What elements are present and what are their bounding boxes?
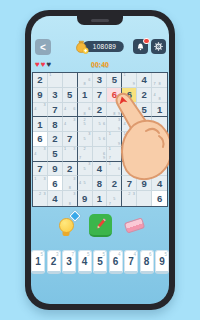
cell-r5c5[interactable]: 56 <box>93 132 108 147</box>
cell-r7c1[interactable]: 7 <box>33 162 48 177</box>
pencil-notes: 27 <box>78 147 92 161</box>
cell-r3c6[interactable]: 89 <box>107 103 122 118</box>
coin-amount: 108089 <box>83 41 124 52</box>
cell-r6c8[interactable] <box>137 147 152 162</box>
cell-r9c4[interactable]: 9 <box>78 191 93 206</box>
number-pad: 152337455564748695 <box>31 250 169 274</box>
cell-r9c3[interactable]: 38 <box>63 191 78 206</box>
cell-r1c8[interactable]: 4 <box>137 73 152 88</box>
cell-r2c6[interactable]: 6 <box>107 88 122 103</box>
cell-r5c8[interactable] <box>137 132 152 147</box>
back-button[interactable]: < <box>35 39 51 55</box>
cell-r7c9[interactable] <box>152 162 167 177</box>
remaining-count: 3 <box>56 252 59 257</box>
pencil-notes: 68 <box>78 103 92 117</box>
cell-r7c3[interactable]: 2 <box>63 162 78 177</box>
pencil-notes: 48 <box>152 88 167 102</box>
pencil-notes: 89 <box>107 103 121 117</box>
cell-r7c4[interactable]: 35 <box>78 162 93 177</box>
cell-r1c9[interactable]: 78 <box>152 73 167 88</box>
numpad-key-1[interactable]: 15 <box>31 250 45 274</box>
pencil-notes: 38 <box>63 176 77 190</box>
cell-r8c3[interactable]: 38 <box>63 176 78 191</box>
cell-r3c2[interactable]: 7 <box>48 103 63 118</box>
pencil-notes: 23 <box>33 191 47 206</box>
cell-r8c9[interactable]: 4 <box>152 176 167 191</box>
cell-r5c6[interactable]: 19 <box>107 132 122 147</box>
pencil-notes: 17 <box>107 147 121 161</box>
pencil-notes: 39 <box>122 103 136 117</box>
cell-r2c4[interactable]: 1 <box>78 88 93 103</box>
pencil-notes: 78 <box>152 73 167 87</box>
pencil-notes: 19 <box>122 73 136 87</box>
numpad-key-2[interactable]: 23 <box>47 250 61 274</box>
remaining-count: 5 <box>164 252 167 257</box>
cell-r2c3[interactable]: 5 <box>63 88 78 103</box>
cell-r6c4[interactable]: 27 <box>78 147 93 162</box>
cell-r7c6[interactable]: 16 <box>107 162 122 177</box>
phone-mockup: < 108089 <box>25 10 175 310</box>
notification-badge <box>143 38 150 45</box>
cell-r8c1[interactable]: 13 <box>33 176 48 191</box>
pencil-notes: 13 <box>122 162 136 176</box>
cell-r9c2[interactable]: 4 <box>48 191 63 206</box>
pencil-notes: 25 <box>78 117 92 131</box>
numpad-key-4[interactable]: 45 <box>78 250 92 274</box>
eraser-button[interactable] <box>123 214 146 237</box>
cell-r3c1[interactable]: 34 <box>33 103 48 118</box>
cell-r4c5[interactable]: 56 <box>93 117 108 132</box>
cell-r2c2[interactable]: 3 <box>48 88 63 103</box>
pencil-notes: 38 <box>63 191 77 206</box>
numpad-key-6[interactable]: 64 <box>109 250 123 274</box>
remaining-count: 4 <box>133 252 136 257</box>
remaining-count: 7 <box>71 252 74 257</box>
cell-r1c7[interactable]: 19 <box>122 73 137 88</box>
cell-r3c9[interactable]: 1 <box>152 103 167 118</box>
sudoku-board: 2168351947893517662483474668289395118342… <box>32 72 168 207</box>
numpad-key-9[interactable]: 95 <box>155 250 169 274</box>
cell-r5c4[interactable]: 35 <box>78 132 93 147</box>
app-screen: < 108089 <box>31 16 169 304</box>
cell-r5c2[interactable]: 2 <box>48 132 63 147</box>
cell-r6c9[interactable] <box>152 147 167 162</box>
pencil-notes: 68 <box>78 73 92 87</box>
cell-r7c7[interactable]: 13 <box>122 162 137 177</box>
cell-r8c5[interactable]: 8 <box>93 176 108 191</box>
cell-r4c7[interactable]: 24 <box>122 117 137 132</box>
eraser-icon <box>123 217 144 233</box>
cell-r7c2[interactable]: 9 <box>48 162 63 177</box>
cell-r1c1[interactable]: 2 <box>33 73 48 88</box>
pencil-notes: 35 <box>78 162 92 176</box>
cell-r5c1[interactable]: 6 <box>33 132 48 147</box>
phone-notch <box>77 16 123 25</box>
remaining-count: 4 <box>118 252 121 257</box>
pencil-notes: 35 <box>78 132 92 146</box>
pencil-notes: 19 <box>107 132 121 146</box>
gear-icon <box>153 41 164 52</box>
cell-r6c5[interactable]: 69 <box>93 147 108 162</box>
remaining-count: 5 <box>40 252 43 257</box>
cell-r5c3[interactable]: 7 <box>63 132 78 147</box>
cell-r3c5[interactable]: 2 <box>93 103 108 118</box>
cell-r9c7[interactable]: 23 <box>122 191 137 206</box>
pencil-notes: 45 <box>78 176 92 190</box>
cell-r2c5[interactable]: 7 <box>93 88 108 103</box>
cell-r4c1[interactable]: 1 <box>33 117 48 132</box>
settings-button[interactable] <box>151 39 166 54</box>
pencil-notes: 69 <box>93 147 107 161</box>
numpad-key-8[interactable]: 86 <box>140 250 154 274</box>
cell-r9c1[interactable]: 23 <box>33 191 48 206</box>
pencil-notes: 13 <box>33 176 47 190</box>
pencil-notes: 56 <box>93 117 107 131</box>
cell-r3c7[interactable]: 39 <box>122 103 137 118</box>
coin-counter[interactable]: 108089 <box>74 39 124 54</box>
cell-r1c4[interactable]: 68 <box>78 73 93 88</box>
pencil-notes: 57 <box>107 191 121 206</box>
numpad-key-7[interactable]: 74 <box>124 250 138 274</box>
pencil-notes: 34 <box>63 117 77 131</box>
cell-r9c5[interactable]: 1 <box>93 191 108 206</box>
coin-bag-icon <box>74 39 89 54</box>
cell-r2c9[interactable]: 48 <box>152 88 167 103</box>
remaining-count: 5 <box>87 252 90 257</box>
pencil-notes: 14 <box>122 132 136 146</box>
cell-r4c2[interactable]: 8 <box>48 117 63 132</box>
cell-r3c3[interactable]: 46 <box>63 103 78 118</box>
cell-r8c4[interactable]: 45 <box>78 176 93 191</box>
pencil-notes: 24 <box>122 117 136 131</box>
cell-r5c7[interactable]: 14 <box>122 132 137 147</box>
cell-r6c7[interactable] <box>122 147 137 162</box>
cell-r4c9[interactable] <box>152 117 167 132</box>
cell-r1c2[interactable]: 1 <box>48 73 63 88</box>
cell-r3c4[interactable]: 68 <box>78 103 93 118</box>
cell-r9c8[interactable] <box>137 191 152 206</box>
pencil-notes: 23 <box>122 191 136 206</box>
cell-r2c8[interactable]: 2 <box>137 88 152 103</box>
timer: 00:40 <box>91 61 109 68</box>
pencil-notes: 39 <box>107 117 121 131</box>
cell-r6c6[interactable]: 17 <box>107 147 122 162</box>
cell-r6c2[interactable]: 5 <box>48 147 63 162</box>
cell-r1c6[interactable]: 5 <box>107 73 122 88</box>
cell-r4c4[interactable]: 25 <box>78 117 93 132</box>
cell-r8c7[interactable]: 7 <box>122 176 137 191</box>
lightbulb-icon <box>59 218 74 233</box>
hearts: ♥♥♥ <box>35 60 52 69</box>
cell-r3c8[interactable]: 5 <box>137 103 152 118</box>
hint-button[interactable] <box>55 214 78 237</box>
cell-r5c9[interactable] <box>152 132 167 147</box>
cell-r9c9[interactable]: 6 <box>152 191 167 206</box>
cell-r7c8[interactable]: 8 <box>137 162 152 177</box>
pencil-notes: 16 <box>107 162 121 176</box>
pencil-button[interactable] <box>89 214 112 237</box>
toolbar <box>31 212 169 238</box>
remaining-count: 6 <box>149 252 152 257</box>
cell-r8c2[interactable]: 6 <box>48 176 63 191</box>
cell-r1c5[interactable]: 3 <box>93 73 108 88</box>
cell-r4c6[interactable]: 39 <box>107 117 122 132</box>
cell-r2c7[interactable]: 6 <box>122 88 137 103</box>
cell-r4c3[interactable]: 34 <box>63 117 78 132</box>
pencil-notes: 34 <box>33 103 47 117</box>
cell-r9c6[interactable]: 57 <box>107 191 122 206</box>
heart-lost-icon: ♥ <box>47 60 53 69</box>
cell-r4c8[interactable] <box>137 117 152 132</box>
notification-button[interactable] <box>133 39 148 54</box>
cell-r2c1[interactable]: 9 <box>33 88 48 103</box>
cell-r7c5[interactable]: 4 <box>93 162 108 177</box>
cell-r6c3[interactable]: 13 <box>63 147 78 162</box>
pencil-notes: 34 <box>33 147 47 161</box>
remaining-count: 5 <box>102 252 105 257</box>
cell-r8c8[interactable]: 9 <box>137 176 152 191</box>
numpad-key-5[interactable]: 55 <box>93 250 107 274</box>
pencil-notes: 46 <box>63 103 77 117</box>
cell-r6c1[interactable]: 34 <box>33 147 48 162</box>
pencil-notes: 1 <box>48 73 62 87</box>
pencil-icon <box>93 217 108 232</box>
pencil-notes: 56 <box>93 132 107 146</box>
cell-r8c6[interactable]: 2 <box>107 176 122 191</box>
numpad-key-3[interactable]: 37 <box>62 250 76 274</box>
phone-speaker <box>91 19 109 22</box>
cell-r1c3[interactable] <box>63 73 78 88</box>
scene: < 108089 <box>0 0 200 320</box>
pencil-notes: 13 <box>63 147 77 161</box>
